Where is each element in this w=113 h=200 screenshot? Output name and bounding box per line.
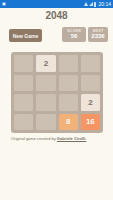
empty-cell (59, 94, 78, 111)
empty-cell (14, 114, 33, 131)
status-bar: ▣ 20:14 (0, 0, 113, 8)
empty-cell (14, 55, 33, 72)
wifi-icon (84, 2, 88, 6)
empty-cell (59, 75, 78, 92)
status-time: 20:14 (98, 0, 111, 8)
empty-cell (36, 75, 55, 92)
new-game-button[interactable]: New Game (9, 29, 42, 42)
credit-prefix: Original game created by (11, 136, 57, 141)
credit-link[interactable]: Gabriele Cirulli. (57, 136, 87, 141)
empty-cell (14, 75, 33, 92)
tile-8: 8 (59, 114, 78, 131)
notification-icon: ▣ (2, 0, 6, 8)
empty-cell (81, 75, 100, 92)
tile-2: 2 (36, 55, 55, 72)
score-value: 56 (71, 33, 78, 40)
empty-cell (14, 94, 33, 111)
empty-cell (36, 94, 55, 111)
status-icons (84, 2, 96, 7)
signal-icon (89, 2, 93, 6)
empty-cell (81, 55, 100, 72)
app-screen: ▣ 20:14 2048 New Game SCORE 56 BEST 2336… (0, 0, 113, 200)
tile-16: 16 (81, 114, 100, 131)
battery-icon (94, 2, 96, 7)
best-value: 2336 (91, 33, 104, 40)
board[interactable]: 22816 (11, 52, 103, 133)
best-box: BEST 2336 (88, 27, 108, 42)
credit-text: Original game created by Gabriele Cirull… (11, 136, 109, 141)
page-title: 2048 (0, 10, 113, 21)
empty-cell (59, 55, 78, 72)
empty-cell (36, 114, 55, 131)
tile-2: 2 (81, 94, 100, 111)
score-box: SCORE 56 (62, 27, 86, 42)
